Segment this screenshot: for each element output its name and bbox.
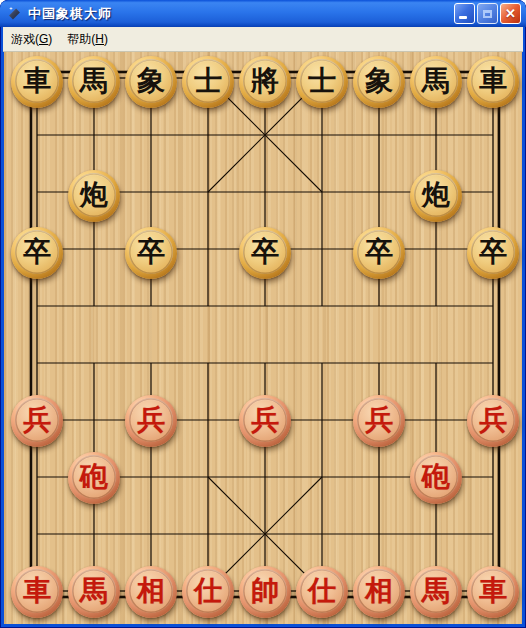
menu-help-label: 帮助( bbox=[67, 32, 95, 46]
piece-face: 馬 bbox=[72, 59, 116, 103]
piece-glyph: 帥 bbox=[251, 577, 279, 605]
app-icon bbox=[7, 6, 23, 22]
window-controls: ✕ bbox=[454, 3, 526, 24]
piece-glyph: 砲 bbox=[80, 463, 108, 491]
piece-glyph: 砲 bbox=[422, 463, 450, 491]
piece-black-elephant[interactable]: 象 bbox=[125, 56, 177, 108]
piece-red-cannon[interactable]: 砲 bbox=[410, 452, 462, 504]
menu-item-game[interactable]: 游戏(G) bbox=[3, 28, 59, 51]
piece-red-cannon[interactable]: 砲 bbox=[68, 452, 120, 504]
piece-face: 相 bbox=[129, 569, 173, 613]
piece-face: 象 bbox=[129, 59, 173, 103]
piece-black-horse[interactable]: 馬 bbox=[68, 56, 120, 108]
piece-glyph: 馬 bbox=[422, 577, 450, 605]
piece-face: 仕 bbox=[186, 569, 230, 613]
piece-glyph: 兵 bbox=[479, 406, 507, 434]
piece-red-advisor[interactable]: 仕 bbox=[296, 566, 348, 618]
piece-red-chariot[interactable]: 車 bbox=[11, 566, 63, 618]
piece-face: 車 bbox=[15, 59, 59, 103]
piece-face: 士 bbox=[186, 59, 230, 103]
piece-face: 兵 bbox=[471, 398, 515, 442]
piece-face: 砲 bbox=[414, 455, 458, 499]
piece-glyph: 將 bbox=[251, 67, 279, 95]
piece-glyph: 卒 bbox=[251, 238, 279, 266]
piece-face: 兵 bbox=[129, 398, 173, 442]
menu-item-help[interactable]: 帮助(H) bbox=[59, 28, 115, 51]
piece-glyph: 兵 bbox=[23, 406, 51, 434]
piece-glyph: 仕 bbox=[308, 577, 336, 605]
piece-glyph: 炮 bbox=[80, 181, 108, 209]
maximize-button[interactable] bbox=[477, 3, 498, 24]
piece-face: 炮 bbox=[72, 173, 116, 217]
piece-glyph: 士 bbox=[194, 67, 222, 95]
piece-black-horse[interactable]: 馬 bbox=[410, 56, 462, 108]
piece-glyph: 相 bbox=[365, 577, 393, 605]
piece-glyph: 車 bbox=[23, 577, 51, 605]
app-window: 中国象棋大师 ✕ 游戏(G) 帮助(H) bbox=[0, 0, 526, 628]
piece-face: 馬 bbox=[414, 59, 458, 103]
piece-face: 炮 bbox=[414, 173, 458, 217]
piece-face: 卒 bbox=[471, 230, 515, 274]
minimize-button[interactable] bbox=[454, 3, 475, 24]
menubar: 游戏(G) 帮助(H) bbox=[3, 27, 523, 52]
piece-black-soldier[interactable]: 卒 bbox=[353, 227, 405, 279]
piece-face: 兵 bbox=[357, 398, 401, 442]
piece-face: 卒 bbox=[15, 230, 59, 274]
piece-red-soldier[interactable]: 兵 bbox=[11, 395, 63, 447]
piece-glyph: 象 bbox=[365, 67, 393, 95]
piece-black-soldier[interactable]: 卒 bbox=[467, 227, 519, 279]
piece-face: 仕 bbox=[300, 569, 344, 613]
piece-red-advisor[interactable]: 仕 bbox=[182, 566, 234, 618]
piece-black-soldier[interactable]: 卒 bbox=[239, 227, 291, 279]
piece-black-cannon[interactable]: 炮 bbox=[68, 170, 120, 222]
piece-face: 相 bbox=[357, 569, 401, 613]
piece-glyph: 馬 bbox=[80, 67, 108, 95]
piece-black-soldier[interactable]: 卒 bbox=[11, 227, 63, 279]
piece-glyph: 兵 bbox=[365, 406, 393, 434]
piece-face: 兵 bbox=[15, 398, 59, 442]
piece-red-soldier[interactable]: 兵 bbox=[125, 395, 177, 447]
piece-glyph: 仕 bbox=[194, 577, 222, 605]
piece-face: 車 bbox=[15, 569, 59, 613]
piece-black-general[interactable]: 將 bbox=[239, 56, 291, 108]
app-icon-sparkle bbox=[9, 7, 13, 11]
minimize-icon bbox=[459, 16, 467, 19]
piece-glyph: 車 bbox=[479, 577, 507, 605]
piece-face: 兵 bbox=[243, 398, 287, 442]
piece-black-chariot[interactable]: 車 bbox=[11, 56, 63, 108]
close-button[interactable]: ✕ bbox=[500, 3, 521, 24]
piece-face: 砲 bbox=[72, 455, 116, 499]
piece-red-soldier[interactable]: 兵 bbox=[467, 395, 519, 447]
piece-face: 車 bbox=[471, 569, 515, 613]
pieces-layer: 車馬象士將士象馬車炮炮卒卒卒卒卒兵兵兵兵兵砲砲車馬相仕帥仕相馬車 bbox=[4, 52, 522, 624]
piece-face: 象 bbox=[357, 59, 401, 103]
piece-face: 卒 bbox=[357, 230, 401, 274]
menu-game-hotkey: G bbox=[39, 32, 48, 46]
piece-black-advisor[interactable]: 士 bbox=[182, 56, 234, 108]
piece-glyph: 馬 bbox=[422, 67, 450, 95]
piece-glyph: 卒 bbox=[23, 238, 51, 266]
piece-glyph: 士 bbox=[308, 67, 336, 95]
piece-black-soldier[interactable]: 卒 bbox=[125, 227, 177, 279]
piece-glyph: 卒 bbox=[365, 238, 393, 266]
piece-red-soldier[interactable]: 兵 bbox=[353, 395, 405, 447]
close-icon: ✕ bbox=[505, 7, 516, 20]
piece-glyph: 卒 bbox=[479, 238, 507, 266]
piece-red-horse[interactable]: 馬 bbox=[410, 566, 462, 618]
piece-glyph: 車 bbox=[23, 67, 51, 95]
piece-black-cannon[interactable]: 炮 bbox=[410, 170, 462, 222]
piece-red-elephant[interactable]: 相 bbox=[353, 566, 405, 618]
piece-face: 卒 bbox=[129, 230, 173, 274]
menu-help-hotkey: H bbox=[95, 32, 104, 46]
app-icon-shape bbox=[8, 8, 21, 21]
piece-face: 車 bbox=[471, 59, 515, 103]
menu-help-label-close: ) bbox=[104, 32, 108, 46]
piece-glyph: 兵 bbox=[137, 406, 165, 434]
piece-black-chariot[interactable]: 車 bbox=[467, 56, 519, 108]
piece-red-elephant[interactable]: 相 bbox=[125, 566, 177, 618]
piece-face: 馬 bbox=[414, 569, 458, 613]
xiangqi-board[interactable]: 車馬象士將士象馬車炮炮卒卒卒卒卒兵兵兵兵兵砲砲車馬相仕帥仕相馬車 bbox=[4, 52, 522, 624]
piece-face: 帥 bbox=[243, 569, 287, 613]
piece-glyph: 車 bbox=[479, 67, 507, 95]
piece-glyph: 炮 bbox=[422, 181, 450, 209]
piece-red-soldier[interactable]: 兵 bbox=[239, 395, 291, 447]
piece-face: 卒 bbox=[243, 230, 287, 274]
piece-glyph: 卒 bbox=[137, 238, 165, 266]
piece-glyph: 象 bbox=[137, 67, 165, 95]
piece-black-advisor[interactable]: 士 bbox=[296, 56, 348, 108]
piece-black-elephant[interactable]: 象 bbox=[353, 56, 405, 108]
menu-game-label: 游戏( bbox=[11, 32, 39, 46]
piece-face: 士 bbox=[300, 59, 344, 103]
window-title: 中国象棋大师 bbox=[28, 5, 112, 23]
piece-face: 將 bbox=[243, 59, 287, 103]
titlebar[interactable]: 中国象棋大师 ✕ bbox=[0, 0, 526, 27]
piece-red-general[interactable]: 帥 bbox=[239, 566, 291, 618]
piece-glyph: 兵 bbox=[251, 406, 279, 434]
piece-face: 馬 bbox=[72, 569, 116, 613]
menu-game-label-close: ) bbox=[48, 32, 52, 46]
piece-glyph: 相 bbox=[137, 577, 165, 605]
piece-glyph: 馬 bbox=[80, 577, 108, 605]
piece-red-chariot[interactable]: 車 bbox=[467, 566, 519, 618]
piece-red-horse[interactable]: 馬 bbox=[68, 566, 120, 618]
maximize-icon bbox=[483, 10, 492, 18]
